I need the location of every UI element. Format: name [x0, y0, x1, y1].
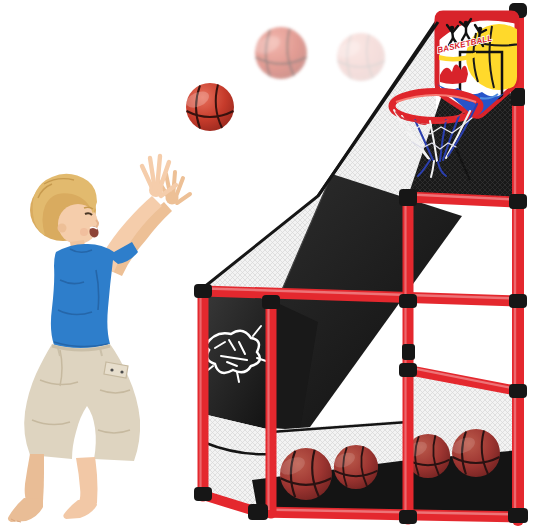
child-near-leg — [76, 457, 98, 503]
flying-ball-1 — [184, 83, 234, 131]
product-photo: BASKETBALL — [0, 0, 533, 526]
child-far-leg — [25, 454, 44, 501]
pole-clamp — [511, 88, 525, 106]
flying-ball-3 — [335, 33, 385, 81]
child — [8, 156, 190, 522]
child-head — [30, 174, 100, 244]
flying-ball-2 — [253, 27, 307, 79]
child-shirt — [51, 242, 138, 349]
child-near-hand — [142, 156, 176, 197]
child-ear — [58, 224, 67, 233]
child-far-foot — [8, 498, 43, 522]
child-shorts — [24, 344, 140, 461]
scene-canvas: BASKETBALL — [0, 0, 533, 526]
arcade-machine: BASKETBALL — [194, 3, 532, 524]
child-near-foot — [63, 499, 97, 519]
flying-balls — [184, 27, 385, 131]
